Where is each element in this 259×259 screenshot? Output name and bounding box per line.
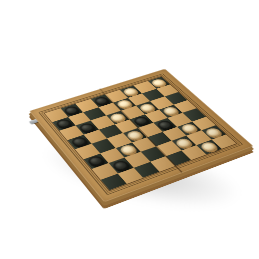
- board-frame: ⛂⛂⛀⛀⛂⛀⛂⛀⛀⛂⛂⛀⛀⛂⛂⛀⛀⛂⛀⛀⛀: [29, 69, 253, 202]
- board-position-wrapper: ⛂⛂⛀⛀⛂⛀⛂⛀⛀⛂⛂⛀⛀⛂⛂⛀⛀⛂⛀⛀⛀: [56, 46, 220, 210]
- board-photo-scene: checkers (draughts) on a wooden folding …: [0, 0, 259, 259]
- playing-grid: ⛂⛂⛀⛀⛂⛀⛂⛀⛀⛂⛂⛀⛀⛂⛂⛀⛀⛂⛀⛀⛀: [45, 77, 236, 190]
- checkers-board: ⛂⛂⛀⛀⛂⛀⛂⛀⛀⛂⛂⛀⛀⛂⛂⛀⛀⛂⛀⛀⛀: [29, 69, 253, 202]
